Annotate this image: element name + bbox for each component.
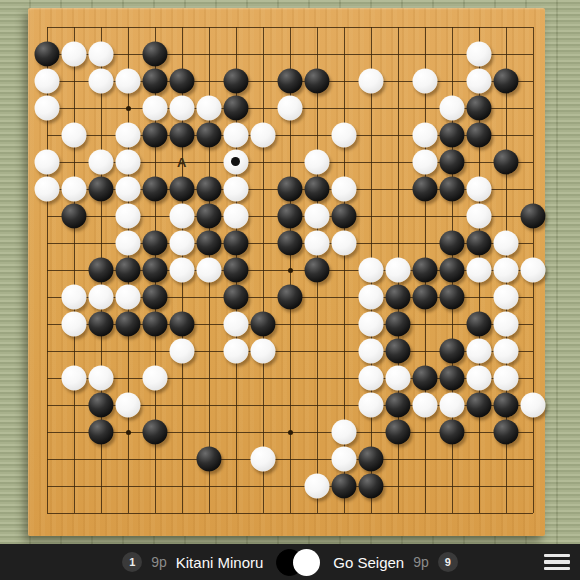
white-stone[interactable] (61, 122, 86, 147)
black-stone[interactable] (466, 392, 491, 417)
black-stone[interactable] (439, 338, 464, 363)
black-stone[interactable] (385, 419, 410, 444)
player-bar: 1 9p Kitani Minoru Go Seigen 9p 9 (0, 544, 580, 580)
hamburger-menu-icon[interactable] (544, 551, 570, 573)
black-stone[interactable] (466, 311, 491, 336)
white-stone[interactable] (88, 149, 113, 174)
black-stone[interactable] (142, 311, 167, 336)
black-captures-badge: 1 (122, 552, 142, 572)
black-stone[interactable] (439, 257, 464, 282)
white-stone[interactable] (358, 257, 383, 282)
white-stone[interactable] (331, 122, 356, 147)
black-stone[interactable] (142, 41, 167, 66)
white-stone[interactable] (61, 41, 86, 66)
black-stone[interactable] (142, 419, 167, 444)
white-stone[interactable] (466, 203, 491, 228)
black-stone[interactable] (385, 392, 410, 417)
black-stone[interactable] (493, 392, 518, 417)
white-stone[interactable] (331, 230, 356, 255)
white-stone[interactable] (169, 203, 194, 228)
black-stone[interactable] (88, 176, 113, 201)
black-player-rank: 9p (151, 554, 167, 570)
grid-line (47, 459, 533, 460)
black-stone[interactable] (520, 203, 545, 228)
white-stone[interactable] (61, 176, 86, 201)
white-stone[interactable] (277, 95, 302, 120)
white-stone[interactable] (466, 68, 491, 93)
black-stone[interactable] (439, 365, 464, 390)
white-stone[interactable] (223, 176, 248, 201)
white-stone[interactable] (223, 311, 248, 336)
white-stone[interactable] (115, 176, 140, 201)
black-stone[interactable] (331, 473, 356, 498)
black-player-name: Kitani Minoru (176, 554, 264, 571)
black-stone[interactable] (493, 419, 518, 444)
white-stone[interactable] (412, 149, 437, 174)
black-stone[interactable] (466, 122, 491, 147)
black-stone[interactable] (115, 257, 140, 282)
black-stone[interactable] (88, 392, 113, 417)
white-stone[interactable] (142, 365, 167, 390)
white-stone[interactable] (493, 257, 518, 282)
white-stone[interactable] (61, 365, 86, 390)
white-stone[interactable] (223, 203, 248, 228)
white-stone[interactable] (223, 149, 248, 174)
black-stone[interactable] (358, 446, 383, 471)
white-stone[interactable] (385, 365, 410, 390)
white-stone[interactable] (115, 149, 140, 174)
white-stone[interactable] (196, 95, 221, 120)
white-stone[interactable] (223, 338, 248, 363)
white-stone[interactable] (88, 68, 113, 93)
white-stone[interactable] (34, 149, 59, 174)
black-stone[interactable] (412, 365, 437, 390)
white-stone[interactable] (169, 230, 194, 255)
white-stone[interactable] (115, 203, 140, 228)
white-stone[interactable] (169, 338, 194, 363)
black-stone[interactable] (223, 95, 248, 120)
black-stone[interactable] (412, 284, 437, 309)
black-stone[interactable] (412, 176, 437, 201)
white-stone[interactable] (493, 284, 518, 309)
hoshi-point (288, 268, 293, 273)
black-stone[interactable] (142, 230, 167, 255)
white-stone[interactable] (88, 365, 113, 390)
black-stone[interactable] (169, 122, 194, 147)
white-stone[interactable] (34, 95, 59, 120)
black-stone[interactable] (412, 257, 437, 282)
white-stone[interactable] (250, 338, 275, 363)
white-stone[interactable] (493, 230, 518, 255)
white-stone[interactable] (493, 365, 518, 390)
black-stone[interactable] (439, 284, 464, 309)
white-stone[interactable] (520, 257, 545, 282)
black-stone[interactable] (115, 311, 140, 336)
white-stone[interactable] (331, 176, 356, 201)
white-stone[interactable] (466, 257, 491, 282)
white-stone[interactable] (466, 365, 491, 390)
white-stone[interactable] (466, 176, 491, 201)
white-stone[interactable] (466, 338, 491, 363)
black-stone[interactable] (385, 311, 410, 336)
white-stone[interactable] (358, 311, 383, 336)
black-stone[interactable] (439, 230, 464, 255)
black-stone[interactable] (142, 257, 167, 282)
white-player-rank: 9p (413, 554, 429, 570)
turn-indicator-icon[interactable] (276, 549, 320, 576)
black-stone[interactable] (439, 419, 464, 444)
grid-line (47, 513, 533, 514)
black-stone[interactable] (61, 203, 86, 228)
go-board[interactable]: A (28, 8, 545, 536)
white-stone[interactable] (493, 338, 518, 363)
white-stone[interactable] (304, 149, 329, 174)
white-captures-badge: 9 (438, 552, 458, 572)
white-stone[interactable] (196, 257, 221, 282)
black-stone[interactable] (439, 149, 464, 174)
white-stone[interactable] (304, 473, 329, 498)
black-stone[interactable] (250, 311, 275, 336)
black-stone[interactable] (277, 230, 302, 255)
black-stone[interactable] (88, 257, 113, 282)
white-stone[interactable] (34, 68, 59, 93)
white-stone[interactable] (115, 68, 140, 93)
white-stone[interactable] (88, 284, 113, 309)
white-stone[interactable] (169, 257, 194, 282)
white-stone[interactable] (412, 392, 437, 417)
white-stone[interactable] (304, 230, 329, 255)
white-stone[interactable] (358, 284, 383, 309)
black-stone[interactable] (223, 257, 248, 282)
black-stone[interactable] (142, 122, 167, 147)
hoshi-point (288, 430, 293, 435)
black-stone[interactable] (196, 230, 221, 255)
black-stone[interactable] (385, 284, 410, 309)
white-stone[interactable] (331, 419, 356, 444)
black-stone[interactable] (277, 68, 302, 93)
white-stone[interactable] (439, 95, 464, 120)
black-stone[interactable] (88, 311, 113, 336)
white-stone[interactable] (466, 41, 491, 66)
black-stone[interactable] (493, 68, 518, 93)
white-stone[interactable] (358, 392, 383, 417)
black-stone[interactable] (169, 176, 194, 201)
black-stone[interactable] (358, 473, 383, 498)
white-stone[interactable] (223, 122, 248, 147)
black-stone[interactable] (277, 284, 302, 309)
board-annotation-label: A (177, 154, 186, 169)
black-stone[interactable] (196, 446, 221, 471)
black-stone[interactable] (277, 203, 302, 228)
white-stone[interactable] (358, 68, 383, 93)
black-stone[interactable] (223, 230, 248, 255)
white-player-name: Go Seigen (333, 554, 404, 571)
black-stone[interactable] (466, 230, 491, 255)
hoshi-point (126, 106, 131, 111)
black-stone[interactable] (169, 311, 194, 336)
black-stone[interactable] (439, 122, 464, 147)
white-stone[interactable] (115, 392, 140, 417)
black-stone[interactable] (142, 176, 167, 201)
white-stone[interactable] (412, 68, 437, 93)
white-stone[interactable] (142, 95, 167, 120)
black-stone[interactable] (493, 149, 518, 174)
white-stone[interactable] (115, 230, 140, 255)
black-stone[interactable] (223, 68, 248, 93)
white-stone[interactable] (250, 122, 275, 147)
white-stone[interactable] (385, 257, 410, 282)
white-stone[interactable] (88, 41, 113, 66)
black-stone[interactable] (88, 419, 113, 444)
white-stone[interactable] (61, 284, 86, 309)
white-stone[interactable] (115, 284, 140, 309)
black-stone[interactable] (304, 68, 329, 93)
black-stone[interactable] (169, 68, 194, 93)
black-stone[interactable] (277, 176, 302, 201)
black-stone[interactable] (466, 95, 491, 120)
white-stone[interactable] (169, 95, 194, 120)
grid-line (47, 486, 533, 487)
white-stone[interactable] (439, 392, 464, 417)
white-stone[interactable] (520, 392, 545, 417)
black-stone[interactable] (196, 122, 221, 147)
white-stone[interactable] (412, 122, 437, 147)
white-stone[interactable] (358, 365, 383, 390)
black-stone[interactable] (196, 203, 221, 228)
black-stone[interactable] (142, 284, 167, 309)
white-stone[interactable] (115, 122, 140, 147)
last-move-marker (231, 157, 240, 166)
white-stone[interactable] (358, 338, 383, 363)
black-stone[interactable] (304, 257, 329, 282)
white-stone-icon (293, 549, 320, 576)
white-stone[interactable] (250, 446, 275, 471)
white-stone[interactable] (61, 311, 86, 336)
black-stone[interactable] (304, 176, 329, 201)
black-stone[interactable] (223, 284, 248, 309)
black-stone[interactable] (385, 338, 410, 363)
hoshi-point (126, 430, 131, 435)
black-stone[interactable] (196, 176, 221, 201)
black-stone[interactable] (331, 203, 356, 228)
white-stone[interactable] (493, 311, 518, 336)
white-stone[interactable] (331, 446, 356, 471)
black-stone[interactable] (34, 41, 59, 66)
white-stone[interactable] (304, 203, 329, 228)
white-stone[interactable] (34, 176, 59, 201)
black-stone[interactable] (142, 68, 167, 93)
black-stone[interactable] (439, 176, 464, 201)
